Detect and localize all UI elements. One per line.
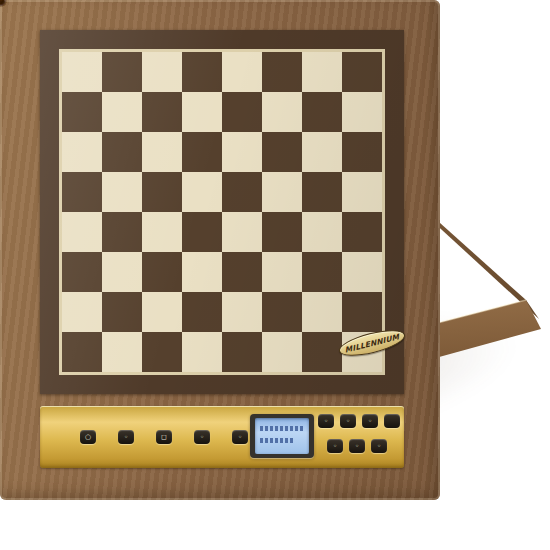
square-g4[interactable]: [302, 212, 342, 252]
square-a2[interactable]: [62, 292, 102, 332]
panel-button-6-icon: ◦: [324, 418, 328, 425]
panel-button-12[interactable]: ◦: [371, 439, 387, 453]
chess-board: [62, 52, 382, 372]
square-c1[interactable]: [142, 332, 182, 372]
square-f6[interactable]: [262, 132, 302, 172]
panel-button-7-icon: ◦: [346, 418, 350, 425]
control-panel: ○◦◻◦◦◦◦◦◦◦◦: [40, 406, 404, 468]
square-h2[interactable]: [342, 292, 382, 332]
panel-button-1[interactable]: ○: [80, 430, 96, 444]
square-d1[interactable]: [182, 332, 222, 372]
panel-button-4-icon: ◦: [200, 434, 204, 441]
square-a4[interactable]: [62, 212, 102, 252]
panel-button-12-icon: ◦: [377, 443, 381, 450]
square-h4[interactable]: [342, 212, 382, 252]
square-b4[interactable]: [102, 212, 142, 252]
square-f4[interactable]: [262, 212, 302, 252]
panel-button-4[interactable]: ◦: [194, 430, 210, 444]
panel-button-2-icon: ◦: [124, 434, 128, 441]
square-g1[interactable]: [302, 332, 342, 372]
square-h3[interactable]: [342, 252, 382, 292]
square-c8[interactable]: [142, 52, 182, 92]
panel-button-8[interactable]: ◦: [362, 414, 378, 428]
square-g6[interactable]: [302, 132, 342, 172]
panel-button-5[interactable]: ◦: [232, 430, 248, 444]
square-a7[interactable]: [62, 92, 102, 132]
square-b7[interactable]: [102, 92, 142, 132]
square-e2[interactable]: [222, 292, 262, 332]
panel-button-3-icon: ◻: [161, 434, 167, 441]
panel-button-10[interactable]: ◦: [327, 439, 343, 453]
square-c4[interactable]: [142, 212, 182, 252]
square-h7[interactable]: [342, 92, 382, 132]
square-a6[interactable]: [62, 132, 102, 172]
panel-button-10-icon: ◦: [333, 443, 337, 450]
lcd-display: [250, 414, 314, 458]
square-a8[interactable]: [62, 52, 102, 92]
panel-button-5-icon: ◦: [238, 434, 242, 441]
panel-button-1-icon: ○: [85, 434, 91, 441]
square-a1[interactable]: [62, 332, 102, 372]
square-d2[interactable]: [182, 292, 222, 332]
square-b6[interactable]: [102, 132, 142, 172]
square-d5[interactable]: [182, 172, 222, 212]
square-f8[interactable]: [262, 52, 302, 92]
white-rook-h1[interactable]: ♜: [0, 0, 4, 3]
lcd-screen: [255, 418, 309, 454]
square-f7[interactable]: [262, 92, 302, 132]
square-b1[interactable]: [102, 332, 142, 372]
panel-button-7[interactable]: ◦: [340, 414, 356, 428]
square-c5[interactable]: [142, 172, 182, 212]
panel-button-11-icon: ◦: [355, 443, 359, 450]
square-e8[interactable]: [222, 52, 262, 92]
square-c7[interactable]: [142, 92, 182, 132]
square-e1[interactable]: [222, 332, 262, 372]
square-a5[interactable]: [62, 172, 102, 212]
board-top-surface: ○◦◻◦◦◦◦◦◦◦◦: [0, 0, 440, 500]
square-d3[interactable]: [182, 252, 222, 292]
square-d4[interactable]: [182, 212, 222, 252]
square-b3[interactable]: [102, 252, 142, 292]
panel-button-3[interactable]: ◻: [156, 430, 172, 444]
square-f5[interactable]: [262, 172, 302, 212]
panel-button-6[interactable]: ◦: [318, 414, 334, 428]
square-e5[interactable]: [222, 172, 262, 212]
square-f3[interactable]: [262, 252, 302, 292]
panel-button-9[interactable]: [384, 414, 400, 428]
square-g3[interactable]: [302, 252, 342, 292]
square-g2[interactable]: [302, 292, 342, 332]
square-b8[interactable]: [102, 52, 142, 92]
square-g7[interactable]: [302, 92, 342, 132]
panel-button-8-icon: ◦: [368, 418, 372, 425]
square-g8[interactable]: [302, 52, 342, 92]
square-c2[interactable]: [142, 292, 182, 332]
square-e4[interactable]: [222, 212, 262, 252]
panel-button-2[interactable]: ◦: [118, 430, 134, 444]
square-g5[interactable]: [302, 172, 342, 212]
panel-button-11[interactable]: ◦: [349, 439, 365, 453]
square-b5[interactable]: [102, 172, 142, 212]
square-f1[interactable]: [262, 332, 302, 372]
square-d8[interactable]: [182, 52, 222, 92]
square-e3[interactable]: [222, 252, 262, 292]
product-photo: ○◦◻◦◦◦◦◦◦◦◦ MILLENNIUM ♜♞♝♛♚♝♞♜♟♟♟♟♟♟♟♟♟…: [0, 0, 550, 550]
square-b2[interactable]: [102, 292, 142, 332]
square-e6[interactable]: [222, 132, 262, 172]
square-a3[interactable]: [62, 252, 102, 292]
square-c3[interactable]: [142, 252, 182, 292]
square-d7[interactable]: [182, 92, 222, 132]
square-c6[interactable]: [142, 132, 182, 172]
square-h6[interactable]: [342, 132, 382, 172]
square-f2[interactable]: [262, 292, 302, 332]
square-e7[interactable]: [222, 92, 262, 132]
square-h8[interactable]: [342, 52, 382, 92]
square-h5[interactable]: [342, 172, 382, 212]
square-d6[interactable]: [182, 132, 222, 172]
